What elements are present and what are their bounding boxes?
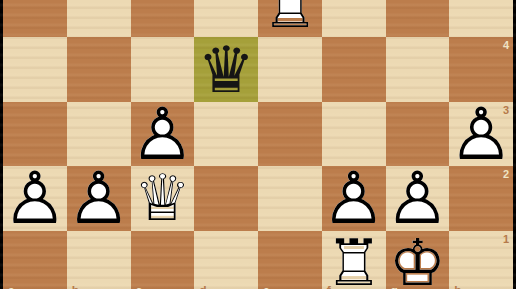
square-h3[interactable]: 3♟♙ xyxy=(449,102,513,166)
white-queen[interactable]: ♕ xyxy=(131,166,195,230)
square-d1[interactable]: d xyxy=(194,231,258,289)
white-pawn[interactable]: ♙ xyxy=(67,166,131,230)
square-e4[interactable] xyxy=(258,37,322,101)
square-d4[interactable]: ♛ xyxy=(194,37,258,101)
square-a2[interactable]: ♟♙ xyxy=(3,166,67,230)
square-d2[interactable] xyxy=(194,166,258,230)
square-d3[interactable] xyxy=(194,102,258,166)
square-g5[interactable] xyxy=(386,0,450,37)
file-label-b: b xyxy=(72,285,79,289)
board: ♜♖♛4♟♙3♟♙♟♙♟♙♛♕♟♙♟♙2abcdef♜♖g♚♔1h xyxy=(3,0,513,289)
file-label-c: c xyxy=(136,285,143,289)
white-pawn-fill: ♟ xyxy=(131,102,195,166)
white-pawn-fill: ♟ xyxy=(386,166,450,230)
board-viewport: ♜♖♛4♟♙3♟♙♟♙♟♙♛♕♟♙♟♙2abcdef♜♖g♚♔1h xyxy=(0,0,516,289)
square-f2[interactable]: ♟♙ xyxy=(322,166,386,230)
square-e2[interactable] xyxy=(258,166,322,230)
file-label-e: e xyxy=(263,285,270,289)
file-label-a: a xyxy=(8,285,15,289)
square-h2[interactable]: 2 xyxy=(449,166,513,230)
square-b1[interactable]: b xyxy=(67,231,131,289)
white-rook-fill: ♜ xyxy=(322,231,386,289)
square-g2[interactable]: ♟♙ xyxy=(386,166,450,230)
white-rook-fill: ♜ xyxy=(258,0,322,37)
white-king-fill: ♚ xyxy=(386,231,450,289)
square-a3[interactable] xyxy=(3,102,67,166)
rank-label-3: 3 xyxy=(503,105,509,116)
square-e3[interactable] xyxy=(258,102,322,166)
square-c5[interactable] xyxy=(131,0,195,37)
square-c2[interactable]: ♛♕ xyxy=(131,166,195,230)
square-g1[interactable]: g♚♔ xyxy=(386,231,450,289)
square-d5[interactable] xyxy=(194,0,258,37)
white-pawn-fill: ♟ xyxy=(322,166,386,230)
file-label-g: g xyxy=(391,285,398,289)
square-h5[interactable] xyxy=(449,0,513,37)
white-pawn[interactable]: ♙ xyxy=(3,166,67,230)
white-rook[interactable]: ♖ xyxy=(322,231,386,289)
square-c1[interactable]: c xyxy=(131,231,195,289)
rank-label-4: 4 xyxy=(503,40,509,51)
square-b5[interactable] xyxy=(67,0,131,37)
white-pawn[interactable]: ♙ xyxy=(131,102,195,166)
white-pawn-fill: ♟ xyxy=(3,166,67,230)
white-pawn-fill: ♟ xyxy=(67,166,131,230)
square-e5[interactable]: ♜♖ xyxy=(258,0,322,37)
white-queen-fill: ♛ xyxy=(131,166,195,230)
file-label-f: f xyxy=(327,285,331,289)
rank-label-2: 2 xyxy=(503,169,509,180)
white-pawn[interactable]: ♙ xyxy=(386,166,450,230)
square-g4[interactable] xyxy=(386,37,450,101)
square-a4[interactable] xyxy=(3,37,67,101)
file-label-d: d xyxy=(199,285,206,289)
square-e1[interactable]: e xyxy=(258,231,322,289)
square-c4[interactable] xyxy=(131,37,195,101)
square-a5[interactable] xyxy=(3,0,67,37)
white-king[interactable]: ♔ xyxy=(386,231,450,289)
white-rook[interactable]: ♖ xyxy=(258,0,322,37)
square-b3[interactable] xyxy=(67,102,131,166)
rank-label-1: 1 xyxy=(503,234,509,245)
square-h1[interactable]: 1h xyxy=(449,231,513,289)
square-f4[interactable] xyxy=(322,37,386,101)
square-g3[interactable] xyxy=(386,102,450,166)
file-label-h: h xyxy=(454,285,461,289)
square-h4[interactable]: 4 xyxy=(449,37,513,101)
white-pawn[interactable]: ♙ xyxy=(322,166,386,230)
black-queen[interactable]: ♛ xyxy=(194,37,258,101)
square-c3[interactable]: ♟♙ xyxy=(131,102,195,166)
square-f5[interactable] xyxy=(322,0,386,37)
square-b2[interactable]: ♟♙ xyxy=(67,166,131,230)
square-f1[interactable]: f♜♖ xyxy=(322,231,386,289)
square-b4[interactable] xyxy=(67,37,131,101)
square-f3[interactable] xyxy=(322,102,386,166)
square-a1[interactable]: a xyxy=(3,231,67,289)
